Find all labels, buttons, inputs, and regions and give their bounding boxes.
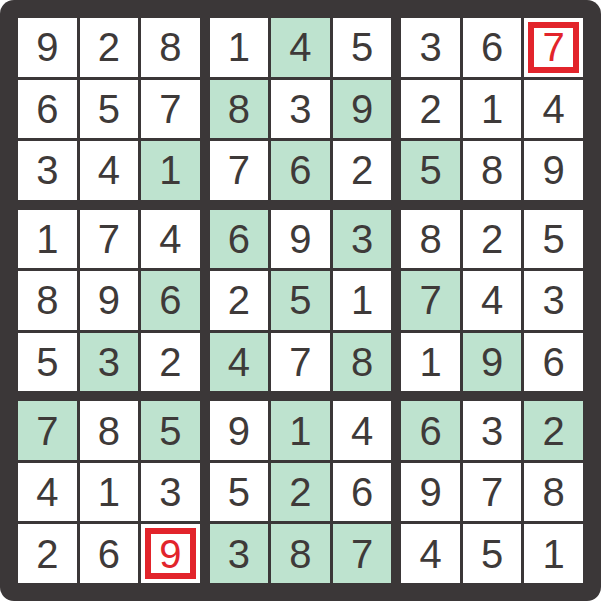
sudoku-cell-r1c2[interactable]: 2 — [80, 18, 139, 77]
sudoku-cell-r4c5[interactable]: 9 — [271, 210, 330, 269]
sudoku-cell-r9c8[interactable]: 5 — [463, 524, 522, 583]
sudoku-box-4: 174896532 — [18, 210, 200, 392]
sudoku-cell-r8c6[interactable]: 6 — [333, 463, 392, 522]
sudoku-cell-r7c6[interactable]: 4 — [333, 401, 392, 460]
sudoku-cell-r5c2[interactable]: 9 — [80, 271, 139, 330]
sudoku-cell-r2c7[interactable]: 2 — [401, 80, 460, 139]
sudoku-cell-r1c1[interactable]: 9 — [18, 18, 77, 77]
sudoku-cell-r8c8[interactable]: 7 — [463, 463, 522, 522]
sudoku-cell-r9c2[interactable]: 6 — [80, 524, 139, 583]
sudoku-cell-r3c9[interactable]: 9 — [524, 141, 583, 200]
sudoku-box-3: 367214589 — [401, 18, 583, 200]
sudoku-cell-r7c1[interactable]: 7 — [18, 401, 77, 460]
sudoku-cell-r5c7[interactable]: 7 — [401, 271, 460, 330]
sudoku-cell-r8c3[interactable]: 3 — [141, 463, 200, 522]
sudoku-cell-r4c4[interactable]: 6 — [210, 210, 269, 269]
sudoku-cell-r8c7[interactable]: 9 — [401, 463, 460, 522]
sudoku-cell-r1c9[interactable]: 7 — [524, 18, 583, 77]
sudoku-cell-r7c4[interactable]: 9 — [210, 401, 269, 460]
sudoku-cell-r4c8[interactable]: 2 — [463, 210, 522, 269]
sudoku-cell-r4c9[interactable]: 5 — [524, 210, 583, 269]
sudoku-cell-r8c5[interactable]: 2 — [271, 463, 330, 522]
sudoku-cell-r5c4[interactable]: 2 — [210, 271, 269, 330]
sudoku-box-1: 928657341 — [18, 18, 200, 200]
sudoku-box-6: 825743196 — [401, 210, 583, 392]
sudoku-box-8: 914526387 — [210, 401, 392, 583]
sudoku-cell-r3c2[interactable]: 4 — [80, 141, 139, 200]
sudoku-box-2: 145839762 — [210, 18, 392, 200]
sudoku-cell-r1c3[interactable]: 8 — [141, 18, 200, 77]
sudoku-cell-r4c3[interactable]: 4 — [141, 210, 200, 269]
sudoku-cell-r3c8[interactable]: 8 — [463, 141, 522, 200]
sudoku-cell-r6c3[interactable]: 2 — [141, 333, 200, 392]
sudoku-cell-r4c2[interactable]: 7 — [80, 210, 139, 269]
sudoku-cell-r5c1[interactable]: 8 — [18, 271, 77, 330]
sudoku-cell-r5c3[interactable]: 6 — [141, 271, 200, 330]
sudoku-cell-r3c4[interactable]: 7 — [210, 141, 269, 200]
sudoku-cell-r5c6[interactable]: 1 — [333, 271, 392, 330]
sudoku-cell-r7c3[interactable]: 5 — [141, 401, 200, 460]
sudoku-cell-r6c7[interactable]: 1 — [401, 333, 460, 392]
sudoku-cell-r4c1[interactable]: 1 — [18, 210, 77, 269]
sudoku-cell-r7c8[interactable]: 3 — [463, 401, 522, 460]
sudoku-cell-r1c8[interactable]: 6 — [463, 18, 522, 77]
sudoku-cell-r2c4[interactable]: 8 — [210, 80, 269, 139]
sudoku-cell-r2c2[interactable]: 5 — [80, 80, 139, 139]
sudoku-cell-r3c7[interactable]: 5 — [401, 141, 460, 200]
sudoku-cell-r2c8[interactable]: 1 — [463, 80, 522, 139]
sudoku-cell-r2c6[interactable]: 9 — [333, 80, 392, 139]
sudoku-cell-r5c5[interactable]: 5 — [271, 271, 330, 330]
sudoku-cell-r4c7[interactable]: 8 — [401, 210, 460, 269]
sudoku-cell-r9c4[interactable]: 3 — [210, 524, 269, 583]
sudoku-cell-r9c3[interactable]: 9 — [141, 524, 200, 583]
sudoku-cell-r1c7[interactable]: 3 — [401, 18, 460, 77]
sudoku-cell-r9c7[interactable]: 4 — [401, 524, 460, 583]
sudoku-cell-r6c4[interactable]: 4 — [210, 333, 269, 392]
sudoku-cell-r6c2[interactable]: 3 — [80, 333, 139, 392]
sudoku-board: 9286573411458397623672145891748965326932… — [0, 0, 601, 601]
sudoku-cell-r9c9[interactable]: 1 — [524, 524, 583, 583]
sudoku-cell-r7c2[interactable]: 8 — [80, 401, 139, 460]
sudoku-cell-r5c8[interactable]: 4 — [463, 271, 522, 330]
sudoku-cell-r6c6[interactable]: 8 — [333, 333, 392, 392]
sudoku-cell-r2c9[interactable]: 4 — [524, 80, 583, 139]
sudoku-box-7: 785413269 — [18, 401, 200, 583]
sudoku-cell-r8c4[interactable]: 5 — [210, 463, 269, 522]
sudoku-cell-r3c3[interactable]: 1 — [141, 141, 200, 200]
sudoku-cell-r2c3[interactable]: 7 — [141, 80, 200, 139]
sudoku-cell-r1c4[interactable]: 1 — [210, 18, 269, 77]
sudoku-cell-r2c1[interactable]: 6 — [18, 80, 77, 139]
sudoku-cell-r6c8[interactable]: 9 — [463, 333, 522, 392]
sudoku-cell-r8c1[interactable]: 4 — [18, 463, 77, 522]
sudoku-cell-r7c7[interactable]: 6 — [401, 401, 460, 460]
sudoku-cell-r8c9[interactable]: 8 — [524, 463, 583, 522]
sudoku-cell-r1c5[interactable]: 4 — [271, 18, 330, 77]
sudoku-cell-r7c9[interactable]: 2 — [524, 401, 583, 460]
sudoku-cell-r9c1[interactable]: 2 — [18, 524, 77, 583]
sudoku-cell-r9c6[interactable]: 7 — [333, 524, 392, 583]
sudoku-cell-r8c2[interactable]: 1 — [80, 463, 139, 522]
sudoku-cell-r9c5[interactable]: 8 — [271, 524, 330, 583]
sudoku-cell-r5c9[interactable]: 3 — [524, 271, 583, 330]
sudoku-cell-r4c6[interactable]: 3 — [333, 210, 392, 269]
sudoku-box-5: 693251478 — [210, 210, 392, 392]
sudoku-cell-r1c6[interactable]: 5 — [333, 18, 392, 77]
sudoku-cell-r6c9[interactable]: 6 — [524, 333, 583, 392]
sudoku-cell-r7c5[interactable]: 1 — [271, 401, 330, 460]
sudoku-cell-r3c1[interactable]: 3 — [18, 141, 77, 200]
sudoku-cell-r3c5[interactable]: 6 — [271, 141, 330, 200]
sudoku-cell-r6c5[interactable]: 7 — [271, 333, 330, 392]
sudoku-cell-r2c5[interactable]: 3 — [271, 80, 330, 139]
sudoku-box-9: 632978451 — [401, 401, 583, 583]
sudoku-cell-r3c6[interactable]: 2 — [333, 141, 392, 200]
sudoku-cell-r6c1[interactable]: 5 — [18, 333, 77, 392]
